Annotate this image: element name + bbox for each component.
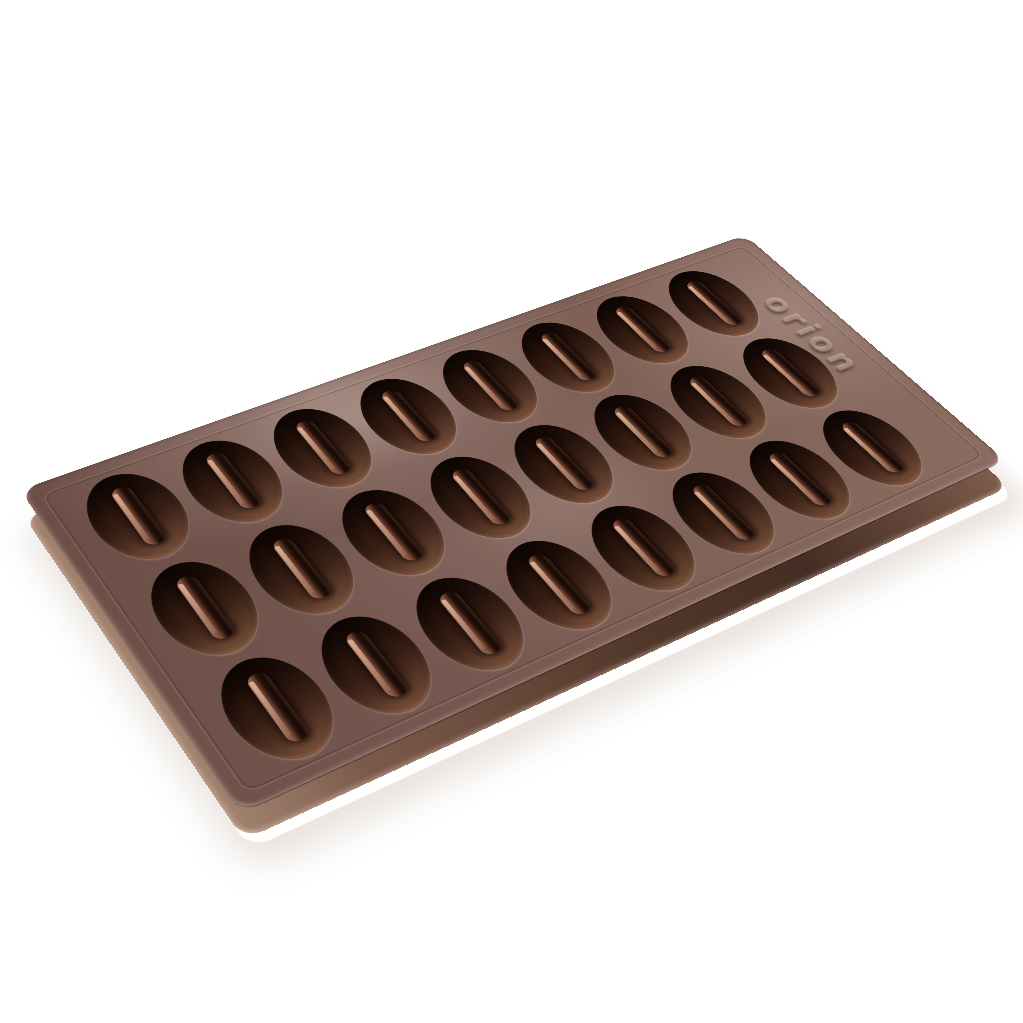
bean-crease: [460, 359, 521, 412]
bean-crease: [108, 485, 168, 548]
bean-crease: [293, 419, 353, 477]
bean-crease: [173, 574, 237, 642]
bean-crease: [361, 501, 425, 563]
bean-crease: [269, 536, 333, 601]
bean-crease: [838, 420, 906, 475]
bean-crease: [243, 670, 311, 745]
bean-crease: [378, 389, 439, 444]
product-photo: orion: [0, 0, 1023, 1023]
bean-crease: [524, 552, 593, 617]
bean-crease: [689, 483, 757, 543]
bean-crease: [538, 332, 599, 383]
bean-crease: [435, 589, 504, 657]
bean-crease: [531, 435, 595, 492]
bean-crease: [686, 375, 750, 428]
bean-crease: [758, 347, 822, 398]
bean-crease: [203, 451, 263, 511]
bean-crease: [684, 280, 745, 328]
bean-crease: [342, 629, 410, 700]
bean-crease: [611, 404, 675, 459]
bean-crease: [765, 450, 833, 507]
bean-crease: [448, 467, 512, 527]
bean-crease: [612, 305, 673, 354]
bean-crease: [609, 516, 677, 578]
